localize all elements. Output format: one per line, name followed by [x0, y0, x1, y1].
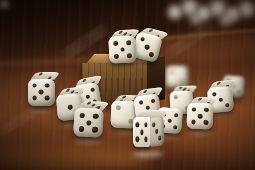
table-edge-blur — [0, 58, 91, 65]
die-top-pip — [90, 104, 96, 107]
die-pip — [155, 129, 159, 134]
die-pip — [144, 122, 147, 128]
blurred-background-die — [0, 0, 9, 9]
die-front-face — [108, 35, 136, 63]
die-reflection — [75, 138, 101, 144]
die-pip — [32, 96, 37, 101]
die-pip — [84, 93, 89, 98]
die-pip — [39, 90, 44, 95]
die-top-pip — [182, 87, 187, 90]
die-pip — [113, 40, 118, 45]
die-pip — [204, 108, 209, 113]
die-top-pip — [122, 95, 128, 98]
die-reflection — [30, 108, 52, 113]
die-left-face — [133, 117, 150, 147]
die-right-face — [150, 116, 164, 146]
die-pip — [136, 122, 139, 128]
die-pip — [158, 135, 162, 140]
die-front-face — [73, 107, 103, 137]
die-front-face — [28, 79, 55, 106]
dice-photo-scene — [0, 0, 255, 170]
die-pip — [167, 118, 172, 123]
die-pip — [144, 104, 149, 109]
die-pip — [126, 40, 131, 45]
die-pip — [170, 70, 174, 74]
die-pip — [140, 129, 143, 135]
die-pip — [92, 127, 97, 132]
die-pip — [45, 96, 50, 101]
die-pip — [151, 122, 155, 127]
die-pip — [204, 120, 209, 125]
die-pip — [128, 118, 133, 123]
die-pip — [198, 114, 203, 119]
die-pip — [119, 46, 124, 51]
die-pip — [149, 52, 155, 58]
die-pip — [191, 120, 196, 125]
die-pip — [150, 98, 155, 103]
die-pip — [180, 80, 184, 84]
die-on-cube-left — [108, 35, 136, 63]
die-front-face — [166, 66, 188, 88]
die-pip — [136, 136, 139, 142]
blurred-background-die — [190, 13, 202, 25]
die-pip — [78, 126, 83, 131]
die-top-pip — [148, 29, 154, 32]
die-top-pip — [38, 73, 43, 76]
die-top-pip — [178, 86, 183, 89]
die-top-pip — [86, 102, 92, 105]
die-pip — [45, 83, 50, 88]
die-pip — [79, 112, 84, 117]
die-pip — [67, 104, 72, 109]
die-far-left — [28, 79, 55, 106]
die-top-pip — [216, 81, 221, 84]
blurred-background-die — [239, 1, 255, 17]
die-right-mid — [187, 103, 214, 130]
die-pip — [172, 124, 177, 129]
die-pip — [140, 36, 146, 42]
die-reflection — [114, 129, 134, 134]
die-reflection — [133, 150, 163, 158]
die-pip — [89, 86, 94, 91]
die-cluster-bottom — [73, 107, 103, 137]
die-pip — [85, 119, 90, 124]
die-behind-cube-blurred — [166, 66, 188, 88]
die-pip — [144, 136, 147, 142]
die-pip — [144, 44, 150, 50]
die-top-pip — [142, 89, 147, 92]
die-pip — [93, 113, 98, 118]
die-pip — [32, 83, 37, 88]
die-pip — [211, 91, 216, 96]
die-top-pip — [118, 30, 123, 33]
die-pip — [173, 112, 178, 117]
die-pip — [224, 102, 229, 107]
die-foreground-two-faces — [133, 117, 163, 147]
die-pip — [126, 53, 131, 58]
die-top-pip — [123, 32, 128, 35]
die-front-face — [187, 103, 214, 130]
die-pip — [236, 89, 240, 93]
blurred-background-die — [220, 14, 232, 26]
die-top-pip — [198, 98, 203, 101]
die-pip — [113, 53, 118, 58]
die-pip — [115, 105, 120, 110]
blurred-background-die — [168, 5, 182, 19]
die-pip — [173, 95, 177, 99]
die-pip — [138, 99, 143, 104]
die-pip — [218, 97, 223, 102]
die-reflection — [189, 130, 211, 135]
table-glossy-highlight — [0, 145, 150, 170]
die-pip — [192, 107, 197, 112]
die-top-pip — [82, 78, 86, 82]
